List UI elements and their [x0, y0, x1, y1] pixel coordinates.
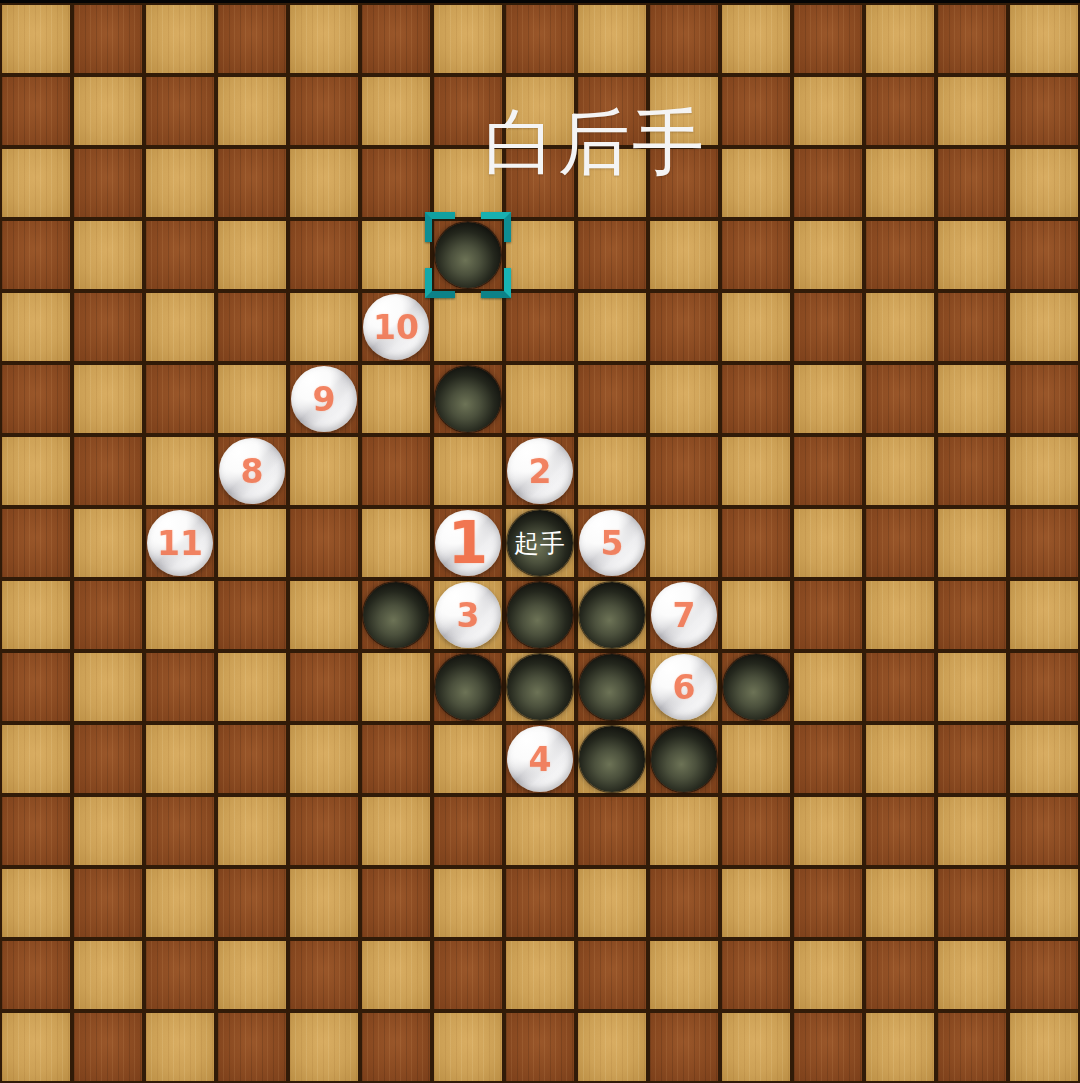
stone-label: 10 [373, 311, 419, 344]
board-cell[interactable] [1008, 363, 1080, 435]
black-stone[interactable] [507, 654, 573, 720]
board-cell[interactable] [720, 3, 792, 75]
board-cell[interactable] [720, 795, 792, 867]
board-cell[interactable] [432, 291, 504, 363]
board-cell[interactable] [504, 219, 576, 291]
board-cell[interactable] [1008, 723, 1080, 795]
board-cell[interactable] [1008, 3, 1080, 75]
black-stone[interactable] [579, 582, 645, 648]
board-cell[interactable] [216, 363, 288, 435]
board-cell[interactable] [216, 3, 288, 75]
board-cell[interactable] [1008, 435, 1080, 507]
board-cell[interactable] [648, 795, 720, 867]
white-stone-10[interactable]: 10 [363, 294, 429, 360]
black-stone[interactable] [579, 654, 645, 720]
board-cell[interactable] [144, 579, 216, 651]
board-cell[interactable] [720, 867, 792, 939]
board-cell[interactable] [864, 219, 936, 291]
board-cell[interactable] [648, 1011, 720, 1083]
board-cell[interactable] [648, 219, 720, 291]
board-cell[interactable] [360, 867, 432, 939]
stone-label: 2 [529, 455, 552, 488]
board-cell[interactable] [504, 3, 576, 75]
board-cell[interactable] [0, 75, 72, 147]
board-cell[interactable] [504, 795, 576, 867]
board-cell[interactable] [360, 1011, 432, 1083]
board-cell[interactable] [792, 507, 864, 579]
board-cell[interactable] [576, 1011, 648, 1083]
board-cell[interactable] [1008, 507, 1080, 579]
board-cell[interactable] [648, 3, 720, 75]
board-cell[interactable] [360, 651, 432, 723]
white-stone-6[interactable]: 6 [651, 654, 717, 720]
board-cell[interactable] [288, 291, 360, 363]
board-cell[interactable] [720, 75, 792, 147]
stone-label: 8 [241, 455, 264, 488]
board-cell[interactable] [144, 939, 216, 1011]
board-cell[interactable] [720, 939, 792, 1011]
board-cell[interactable] [1008, 651, 1080, 723]
black-stone[interactable] [363, 582, 429, 648]
white-stone-8[interactable]: 8 [219, 438, 285, 504]
stone-label: 5 [601, 527, 624, 560]
board-cell[interactable] [288, 795, 360, 867]
board-cell[interactable] [720, 219, 792, 291]
board-cell[interactable] [72, 795, 144, 867]
board-cell[interactable] [792, 363, 864, 435]
board-cell[interactable] [720, 435, 792, 507]
board-cell[interactable] [288, 867, 360, 939]
board-cell[interactable] [0, 363, 72, 435]
board-cell[interactable] [432, 1011, 504, 1083]
board-cell[interactable] [936, 651, 1008, 723]
board-cell[interactable] [576, 867, 648, 939]
board-cell[interactable] [0, 651, 72, 723]
selection-corner-icon [481, 212, 511, 242]
stone-label: 1 [448, 514, 488, 572]
board-cell[interactable] [288, 147, 360, 219]
black-stone[interactable] [651, 726, 717, 792]
board-cell[interactable] [288, 939, 360, 1011]
last-move-selection-brackets [425, 212, 511, 298]
white-stone-7[interactable]: 7 [651, 582, 717, 648]
board-cell[interactable] [936, 435, 1008, 507]
selection-corner-icon [481, 268, 511, 298]
board-cell[interactable] [648, 867, 720, 939]
board-cell[interactable] [0, 219, 72, 291]
board-cell[interactable] [864, 795, 936, 867]
board-cell[interactable] [864, 867, 936, 939]
board-cell[interactable] [936, 75, 1008, 147]
board-cell[interactable] [360, 147, 432, 219]
board-cell[interactable] [792, 75, 864, 147]
board-cell[interactable] [720, 1011, 792, 1083]
board-cell[interactable] [864, 291, 936, 363]
board-cell[interactable] [936, 939, 1008, 1011]
board-cell[interactable] [864, 147, 936, 219]
board-cell[interactable] [1008, 147, 1080, 219]
board-cell[interactable] [864, 75, 936, 147]
board-cell[interactable] [0, 147, 72, 219]
board-cell[interactable] [360, 507, 432, 579]
black-stone[interactable] [723, 654, 789, 720]
board-cell[interactable] [216, 795, 288, 867]
board-cell[interactable] [72, 651, 144, 723]
board-cell[interactable] [432, 723, 504, 795]
board-cell[interactable] [360, 363, 432, 435]
board-cell[interactable] [720, 723, 792, 795]
black-stone-起手[interactable]: 起手 [507, 510, 573, 576]
board-cell[interactable] [648, 507, 720, 579]
board-cell[interactable] [72, 75, 144, 147]
board-cell[interactable] [792, 723, 864, 795]
board-cell[interactable] [792, 1011, 864, 1083]
board-cell[interactable] [72, 579, 144, 651]
board-cell[interactable] [288, 1011, 360, 1083]
board-cell[interactable] [432, 3, 504, 75]
stone-label: 3 [457, 599, 480, 632]
board-cell[interactable] [144, 651, 216, 723]
board-cell[interactable] [216, 219, 288, 291]
board-cell[interactable] [936, 291, 1008, 363]
board-cell[interactable] [792, 867, 864, 939]
white-stone-5[interactable]: 5 [579, 510, 645, 576]
board-cell[interactable] [360, 939, 432, 1011]
board-cell[interactable] [432, 939, 504, 1011]
board-cell[interactable] [1008, 939, 1080, 1011]
stone-label: 7 [673, 599, 696, 632]
board-cell[interactable] [936, 1011, 1008, 1083]
board-cell[interactable] [144, 147, 216, 219]
board: 白后手 10982111起手53764 [0, 3, 1080, 1083]
board-cell[interactable] [144, 867, 216, 939]
board-cell[interactable] [288, 3, 360, 75]
board-cell[interactable] [360, 219, 432, 291]
board-cell[interactable] [504, 291, 576, 363]
board-cell[interactable] [864, 507, 936, 579]
board-cell[interactable] [936, 363, 1008, 435]
board-cell[interactable] [144, 291, 216, 363]
board-cell[interactable] [504, 363, 576, 435]
board-cell[interactable] [0, 1011, 72, 1083]
turn-indicator-text: 白后手 [484, 103, 706, 182]
board-cell[interactable] [360, 435, 432, 507]
board-cell[interactable] [144, 3, 216, 75]
board-cell[interactable] [216, 651, 288, 723]
board-cell[interactable] [288, 219, 360, 291]
board-cell[interactable] [792, 651, 864, 723]
board-cell[interactable] [864, 1011, 936, 1083]
board-cell[interactable] [216, 507, 288, 579]
board-cell[interactable] [144, 435, 216, 507]
board-cell[interactable] [1008, 867, 1080, 939]
black-stone[interactable] [507, 582, 573, 648]
board-cell[interactable] [576, 939, 648, 1011]
board-cell[interactable] [0, 867, 72, 939]
board-cell[interactable] [792, 795, 864, 867]
white-stone-3[interactable]: 3 [435, 582, 501, 648]
black-stone[interactable] [435, 654, 501, 720]
board-cell[interactable] [720, 507, 792, 579]
board-cell[interactable] [72, 219, 144, 291]
board-cell[interactable] [864, 363, 936, 435]
board-cell[interactable] [504, 939, 576, 1011]
selection-corner-icon [425, 212, 455, 242]
board-cell[interactable] [288, 507, 360, 579]
board-cell[interactable] [936, 723, 1008, 795]
board-cell[interactable] [0, 579, 72, 651]
board-cell[interactable] [288, 435, 360, 507]
board-cell[interactable] [216, 147, 288, 219]
board-cell[interactable] [864, 651, 936, 723]
selection-corner-icon [425, 268, 455, 298]
board-cell[interactable] [936, 219, 1008, 291]
board-cell[interactable] [792, 939, 864, 1011]
white-stone-11[interactable]: 11 [147, 510, 213, 576]
board-cell[interactable] [144, 75, 216, 147]
board-cell[interactable] [216, 939, 288, 1011]
board-cell[interactable] [792, 579, 864, 651]
board-cell[interactable] [216, 867, 288, 939]
board-cell[interactable] [72, 291, 144, 363]
board-cell[interactable] [0, 507, 72, 579]
board-cell[interactable] [576, 291, 648, 363]
board-cell[interactable] [288, 75, 360, 147]
board-cell[interactable] [360, 795, 432, 867]
board-cell[interactable] [648, 435, 720, 507]
stone-label: 6 [673, 671, 696, 704]
board-cell[interactable] [864, 723, 936, 795]
board-cell[interactable] [864, 3, 936, 75]
board-cell[interactable] [216, 291, 288, 363]
board-cell[interactable] [792, 435, 864, 507]
board-cell[interactable] [288, 651, 360, 723]
board-cell[interactable] [1008, 219, 1080, 291]
white-stone-1[interactable]: 1 [435, 510, 501, 576]
stone-label: 11 [157, 527, 203, 560]
board-cell[interactable] [216, 75, 288, 147]
board-cell[interactable] [1008, 795, 1080, 867]
board-cell[interactable] [720, 147, 792, 219]
board-cell[interactable] [1008, 291, 1080, 363]
board-cell[interactable] [72, 867, 144, 939]
board-cell[interactable] [216, 723, 288, 795]
board-cell[interactable] [432, 867, 504, 939]
board-cell[interactable] [864, 579, 936, 651]
board-cell[interactable] [0, 795, 72, 867]
board-cell[interactable] [864, 435, 936, 507]
board-cell[interactable] [288, 579, 360, 651]
board-cell[interactable] [72, 363, 144, 435]
board-cell[interactable] [72, 1011, 144, 1083]
board-cell[interactable] [0, 723, 72, 795]
board-cell[interactable] [504, 867, 576, 939]
board-cell[interactable] [144, 363, 216, 435]
board-cell[interactable] [936, 795, 1008, 867]
board-cell[interactable] [144, 1011, 216, 1083]
white-stone-2[interactable]: 2 [507, 438, 573, 504]
board-cell[interactable] [72, 3, 144, 75]
board-cell[interactable] [72, 507, 144, 579]
board-cell[interactable] [216, 1011, 288, 1083]
board-cell[interactable] [576, 3, 648, 75]
black-stone[interactable] [579, 726, 645, 792]
board-cell[interactable] [0, 291, 72, 363]
stone-label: 起手 [514, 531, 566, 556]
black-stone[interactable] [435, 366, 501, 432]
board-cell[interactable] [936, 3, 1008, 75]
board-cell[interactable] [792, 3, 864, 75]
stone-label: 9 [313, 383, 336, 416]
board-cell[interactable] [936, 579, 1008, 651]
board-cell[interactable] [504, 1011, 576, 1083]
board-cell[interactable] [576, 435, 648, 507]
board-cell[interactable] [720, 291, 792, 363]
board-cell[interactable] [360, 3, 432, 75]
board-cell[interactable] [792, 147, 864, 219]
board-cell[interactable] [144, 723, 216, 795]
board-cell[interactable] [72, 435, 144, 507]
board-cell[interactable] [864, 939, 936, 1011]
board-cell[interactable] [648, 939, 720, 1011]
board-cell[interactable] [792, 219, 864, 291]
board-cell[interactable] [576, 795, 648, 867]
white-stone-4[interactable]: 4 [507, 726, 573, 792]
board-cell[interactable] [720, 579, 792, 651]
board-cell[interactable] [0, 939, 72, 1011]
board-cell[interactable] [144, 795, 216, 867]
board-cell[interactable] [0, 3, 72, 75]
board-cell[interactable] [936, 147, 1008, 219]
board-cell[interactable] [576, 363, 648, 435]
board-cell[interactable] [1008, 579, 1080, 651]
board-cell[interactable] [288, 723, 360, 795]
board-cell[interactable] [936, 867, 1008, 939]
board-cell[interactable] [432, 435, 504, 507]
board-cell[interactable] [72, 723, 144, 795]
board-cell[interactable] [432, 795, 504, 867]
board-cell[interactable] [936, 507, 1008, 579]
board-cell[interactable] [144, 219, 216, 291]
board-cell[interactable] [72, 939, 144, 1011]
board-cell[interactable] [1008, 75, 1080, 147]
board-cell[interactable] [648, 363, 720, 435]
board-cell[interactable] [648, 291, 720, 363]
board-cell[interactable] [792, 291, 864, 363]
board-cell[interactable] [360, 723, 432, 795]
board-cell[interactable] [576, 219, 648, 291]
board-cell[interactable] [720, 363, 792, 435]
board-cell[interactable] [0, 435, 72, 507]
white-stone-9[interactable]: 9 [291, 366, 357, 432]
stone-label: 4 [529, 743, 552, 776]
board-cell[interactable] [360, 75, 432, 147]
board-cell[interactable] [72, 147, 144, 219]
board-cell[interactable] [1008, 1011, 1080, 1083]
board-cell[interactable] [216, 579, 288, 651]
